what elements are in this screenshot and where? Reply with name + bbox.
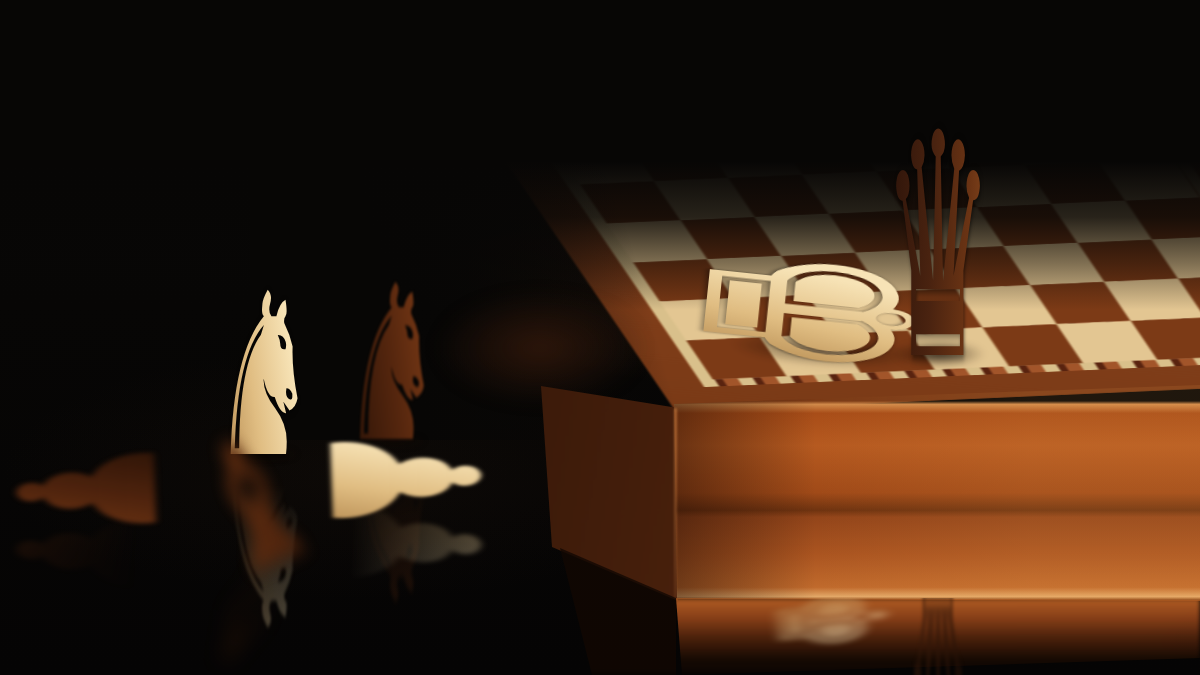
box-corner-highlight bbox=[674, 408, 677, 598]
under-box-piece-reflections: ♚ ♛ bbox=[660, 598, 1200, 675]
fallen-white-king-reflection: ♚ bbox=[752, 598, 908, 658]
fallen-white-pawn: ♟ bbox=[298, 417, 507, 538]
standing-dark-queen: ♛ bbox=[882, 93, 993, 403]
fallen-dark-pawn: ♟ bbox=[0, 434, 187, 546]
dark-queen-reflection: ♛ bbox=[906, 598, 971, 675]
chess-still-life-photo: ♚ ♛ ♚ ♛ ♞ ♞ ♟ ♟ ♝ ♞ ♞ ♟ ♟ ♝ bbox=[0, 0, 1200, 675]
